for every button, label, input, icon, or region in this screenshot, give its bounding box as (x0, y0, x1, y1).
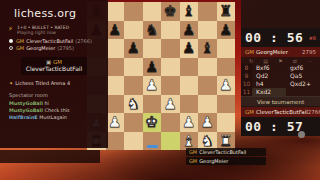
piece-wp: ♟ (106, 113, 125, 132)
trophy-icon: ✦ (9, 80, 13, 86)
bottom-player-title: GM (245, 109, 254, 115)
bottom-clock-box: 00 : 57 (241, 117, 320, 136)
square-f5[interactable] (180, 58, 199, 77)
piece-bk: ♚ (161, 2, 180, 21)
lichess-logo[interactable]: lichess.org (0, 0, 108, 24)
square-c3[interactable]: ♞ (124, 95, 143, 114)
spectator-chat: Spectator room MustyGoBall hiMustyGoBall… (0, 92, 108, 121)
square-c7[interactable] (124, 21, 143, 40)
bottom-player-bar[interactable]: GM CleverTacticButFail 2766 (241, 107, 320, 117)
square-b4[interactable] (106, 76, 125, 95)
chat-header: Spectator room (9, 92, 108, 98)
square-c2[interactable] (124, 113, 143, 132)
square-e3[interactable]: ♟ (161, 95, 180, 114)
control-icon[interactable]: ⚑ (278, 58, 282, 63)
piece-wp: ♟ (217, 76, 236, 95)
square-e6[interactable] (161, 39, 180, 58)
stream-name-plates: GMCleverTacticButFailGMGeorgMeier (186, 148, 266, 166)
control-icon[interactable]: ⋯ (307, 58, 312, 63)
piece-bp: ♟ (217, 21, 236, 40)
square-c4[interactable] (124, 76, 143, 95)
square-e2[interactable] (161, 113, 180, 132)
piece-wp: ♟ (198, 113, 217, 132)
control-icon[interactable]: ▤ (263, 58, 268, 63)
top-clock-box: 00 : 56 #8 (241, 28, 320, 47)
piece-bp: ♟ (143, 58, 162, 77)
square-d2[interactable]: ♚ (143, 113, 162, 132)
square-b3[interactable] (106, 95, 125, 114)
chat-message: MustyGoBall hi (9, 100, 108, 107)
game-status-label: Playing right now (17, 30, 69, 35)
white-color-icon (9, 39, 13, 43)
game-info: ⚡ 1+0 • BULLET • RATED Playing right now (0, 24, 108, 37)
stream-watermark (147, 145, 158, 148)
stream-status-icon (298, 131, 305, 138)
chat-message: HalfBrainE MustLagain (9, 114, 108, 121)
square-d7[interactable]: ♞ (143, 21, 162, 40)
top-clock: 00 : 56 (245, 30, 303, 45)
white-name: CleverTacticButFail (26, 38, 73, 44)
square-b7[interactable]: ♟ (106, 21, 125, 40)
square-d1[interactable] (143, 132, 162, 151)
control-icon[interactable]: ⇄ (293, 58, 297, 63)
square-e1[interactable] (161, 132, 180, 151)
square-h6[interactable] (217, 39, 236, 58)
piece-bp: ♟ (180, 21, 199, 40)
top-player-bar[interactable]: GM GeorgMeier 2795 (241, 47, 320, 57)
bottom-player-rating: 2766 (308, 109, 320, 115)
analysis-controls[interactable]: ↻▤⚑⇄⋯ (241, 57, 320, 64)
piece-bn: ♞ (143, 21, 162, 40)
square-c8[interactable] (124, 2, 143, 21)
square-g8[interactable] (198, 2, 217, 21)
square-b1[interactable] (106, 132, 125, 151)
square-e8[interactable]: ♚ (161, 2, 180, 21)
piece-bp: ♟ (180, 39, 199, 58)
board-number: #8 (309, 35, 316, 41)
square-d3[interactable] (143, 95, 162, 114)
square-f6[interactable]: ♟ (180, 39, 199, 58)
move-number: 9 (241, 72, 252, 80)
move-list[interactable]: 8Bxf6gxf69Qd2Qa510h4Qxd2+11Kxd2 (241, 64, 320, 96)
square-f3[interactable] (180, 95, 199, 114)
tournament-link[interactable]: ✦Lichess Titled Arena 4 (0, 80, 108, 86)
square-f7[interactable]: ♟ (180, 21, 199, 40)
square-h7[interactable]: ♟ (217, 21, 236, 40)
square-b6[interactable] (106, 39, 125, 58)
square-c6[interactable]: ♟ (124, 39, 143, 58)
black-move[interactable]: Qa5 (286, 72, 320, 80)
top-player-rating: 2795 (302, 49, 316, 55)
bottom-left-bar (0, 150, 100, 163)
view-tournament-button[interactable]: View tournament (241, 96, 320, 107)
move-number: 10 (241, 80, 252, 88)
square-e4[interactable] (161, 76, 180, 95)
black-move[interactable]: gxf6 (286, 64, 320, 72)
black-name: GeorgMeier (26, 45, 55, 51)
control-icon[interactable]: ↻ (249, 58, 253, 63)
black-title: GM (16, 45, 24, 51)
square-b8[interactable] (106, 2, 125, 21)
piece-br: ♜ (217, 2, 236, 21)
white-player-row[interactable]: GM CleverTacticButFail (2766) (0, 37, 108, 44)
black-move[interactable]: Qxd2+ (286, 80, 320, 88)
piece-bb: ♝ (180, 2, 199, 21)
square-f8[interactable]: ♝ (180, 2, 199, 21)
square-e5[interactable] (161, 58, 180, 77)
white-move[interactable]: Qd2 (252, 72, 286, 80)
player-name-plate: GMGeorgMeier (186, 157, 266, 165)
chat-message: MustyGoBall Check this (9, 107, 108, 114)
square-h5[interactable] (217, 58, 236, 77)
move-number: 11 (241, 88, 252, 96)
square-f2[interactable]: ♟ (180, 113, 199, 132)
black-move[interactable] (286, 88, 320, 96)
square-d5[interactable]: ♟ (143, 58, 162, 77)
black-player-row[interactable]: GM GeorgMeier (2795) (0, 44, 108, 51)
stream-frame: { "game": "chess", "position": { "fen": … (0, 0, 320, 180)
square-e7[interactable] (161, 21, 180, 40)
white-move[interactable]: Kxd2 (252, 88, 286, 96)
white-rating: (2766) (75, 38, 92, 44)
square-c5[interactable] (124, 58, 143, 77)
chess-board[interactable]: ♜♚♝♜♟♟♞♟♟♟♟♝♟♟♟♞♟♟♟♚♟♟♜♝♞♜ (87, 2, 235, 150)
square-h4[interactable]: ♟ (217, 76, 236, 95)
tournament-name: Lichess Titled Arena 4 (15, 80, 70, 86)
player-name-plate: GMCleverTacticButFail (186, 148, 266, 156)
piece-wk: ♚ (143, 113, 162, 132)
square-g2[interactable]: ♟ (198, 113, 217, 132)
square-g7[interactable] (198, 21, 217, 40)
piece-wp: ♟ (180, 113, 199, 132)
piece-wn: ♞ (124, 95, 143, 114)
black-color-icon (9, 46, 13, 50)
square-b5[interactable] (106, 58, 125, 77)
square-b2[interactable]: ♟ (106, 113, 125, 132)
bottom-player-name: CleverTacticButFail (256, 109, 308, 115)
square-h2[interactable] (217, 113, 236, 132)
left-sidebar: lichess.org ⚡ 1+0 • BULLET • RATED Playi… (0, 0, 108, 148)
square-d8[interactable] (143, 2, 162, 21)
piece-wp: ♟ (143, 76, 162, 95)
move-number: 8 (241, 64, 252, 72)
bottom-clock: 00 : 57 (245, 119, 303, 134)
square-g6[interactable]: ♝ (198, 39, 217, 58)
white-title: GM (16, 38, 24, 44)
right-game-panel: 00 : 56 #8 GM GeorgMeier 2795 ↻▤⚑⇄⋯ 8Bxf… (241, 0, 320, 128)
top-player-name: GeorgMeier (256, 49, 288, 55)
piece-wp: ♟ (161, 95, 180, 114)
bullet-bolt-icon: ⚡ (8, 25, 13, 35)
featured-name: CleverTacticButFail (21, 65, 87, 72)
square-g5[interactable] (198, 58, 217, 77)
white-move[interactable]: Bxf6 (252, 64, 286, 72)
square-h8[interactable]: ♜ (217, 2, 236, 21)
square-f4[interactable] (180, 76, 199, 95)
black-rating: (2795) (57, 45, 74, 51)
square-h3[interactable] (217, 95, 236, 114)
piece-bp: ♟ (124, 39, 143, 58)
square-g3[interactable] (198, 95, 217, 114)
square-c1[interactable] (124, 132, 143, 151)
white-move[interactable]: h4 (252, 80, 286, 88)
square-g4[interactable] (198, 76, 217, 95)
featured-player-badge: ▣GM CleverTacticButFail (21, 57, 87, 75)
piece-bp: ♟ (106, 21, 125, 40)
piece-bb: ♝ (198, 39, 217, 58)
square-d4[interactable]: ♟ (143, 76, 162, 95)
square-d6[interactable] (143, 39, 162, 58)
top-player-title: GM (245, 49, 254, 55)
